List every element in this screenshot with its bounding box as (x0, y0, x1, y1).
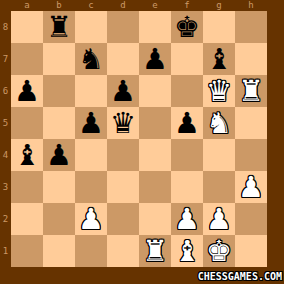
square-c3[interactable] (75, 171, 107, 203)
rank-label-8: 8 (0, 11, 11, 43)
square-e6[interactable] (139, 75, 171, 107)
square-a7[interactable] (11, 43, 43, 75)
square-e4[interactable] (139, 139, 171, 171)
piece-white-pawn[interactable]: ♟ (206, 203, 232, 235)
piece-white-knight[interactable]: ♞ (206, 107, 232, 139)
rank-label-3: 3 (0, 171, 11, 203)
piece-black-pawn[interactable]: ♟ (78, 107, 104, 139)
file-label-d: d (107, 0, 139, 11)
piece-white-pawn[interactable]: ♟ (78, 203, 104, 235)
rank-label-5: 5 (0, 107, 11, 139)
rank-label-2: 2 (0, 203, 11, 235)
square-d2[interactable] (107, 203, 139, 235)
square-g5[interactable]: ♞ (203, 107, 235, 139)
square-g8[interactable] (203, 11, 235, 43)
square-h3[interactable]: ♟ (235, 171, 267, 203)
square-h1[interactable] (235, 235, 267, 267)
rank-label-6: 6 (0, 75, 11, 107)
piece-white-rook[interactable]: ♜ (238, 75, 264, 107)
square-a5[interactable] (11, 107, 43, 139)
square-a1[interactable] (11, 235, 43, 267)
file-labels: abcdefgh (11, 0, 267, 11)
piece-black-rook[interactable]: ♜ (46, 11, 72, 43)
piece-white-rook[interactable]: ♜ (142, 235, 168, 267)
square-a3[interactable] (11, 171, 43, 203)
square-d8[interactable] (107, 11, 139, 43)
piece-white-king[interactable]: ♚ (206, 235, 232, 267)
piece-black-bishop[interactable]: ♝ (206, 43, 232, 75)
square-b4[interactable]: ♟ (43, 139, 75, 171)
file-label-g: g (203, 0, 235, 11)
square-h8[interactable] (235, 11, 267, 43)
file-label-b: b (43, 0, 75, 11)
piece-black-pawn[interactable]: ♟ (14, 75, 40, 107)
piece-black-pawn[interactable]: ♟ (46, 139, 72, 171)
file-label-f: f (171, 0, 203, 11)
square-b1[interactable] (43, 235, 75, 267)
square-b5[interactable] (43, 107, 75, 139)
file-label-a: a (11, 0, 43, 11)
square-a8[interactable] (11, 11, 43, 43)
square-e1[interactable]: ♜ (139, 235, 171, 267)
square-d3[interactable] (107, 171, 139, 203)
square-d7[interactable] (107, 43, 139, 75)
file-label-h: h (235, 0, 267, 11)
square-d6[interactable]: ♟ (107, 75, 139, 107)
chess-board: ♜♚♞♟♝♟♟♛♜♟♛♟♞♝♟♟♟♟♟♜♝♚ (11, 11, 267, 267)
square-b8[interactable]: ♜ (43, 11, 75, 43)
square-d4[interactable] (107, 139, 139, 171)
square-b6[interactable] (43, 75, 75, 107)
piece-white-pawn[interactable]: ♟ (238, 171, 264, 203)
square-f1[interactable]: ♝ (171, 235, 203, 267)
square-c5[interactable]: ♟ (75, 107, 107, 139)
square-f6[interactable] (171, 75, 203, 107)
piece-black-pawn[interactable]: ♟ (110, 75, 136, 107)
square-c6[interactable] (75, 75, 107, 107)
square-g6[interactable]: ♛ (203, 75, 235, 107)
square-b2[interactable] (43, 203, 75, 235)
square-h5[interactable] (235, 107, 267, 139)
square-a4[interactable]: ♝ (11, 139, 43, 171)
square-a6[interactable]: ♟ (11, 75, 43, 107)
square-c1[interactable] (75, 235, 107, 267)
square-e3[interactable] (139, 171, 171, 203)
square-c7[interactable]: ♞ (75, 43, 107, 75)
square-g2[interactable]: ♟ (203, 203, 235, 235)
square-g1[interactable]: ♚ (203, 235, 235, 267)
square-f2[interactable]: ♟ (171, 203, 203, 235)
piece-black-knight[interactable]: ♞ (78, 43, 104, 75)
square-c8[interactable] (75, 11, 107, 43)
square-c4[interactable] (75, 139, 107, 171)
square-c2[interactable]: ♟ (75, 203, 107, 235)
square-g7[interactable]: ♝ (203, 43, 235, 75)
square-h7[interactable] (235, 43, 267, 75)
square-g3[interactable] (203, 171, 235, 203)
square-h2[interactable] (235, 203, 267, 235)
chess-diagram: abcdefgh 87654321 ♜♚♞♟♝♟♟♛♜♟♛♟♞♝♟♟♟♟♟♜♝♚… (0, 0, 284, 284)
square-f7[interactable] (171, 43, 203, 75)
piece-white-pawn[interactable]: ♟ (174, 203, 200, 235)
square-e7[interactable]: ♟ (139, 43, 171, 75)
square-b3[interactable] (43, 171, 75, 203)
rank-label-1: 1 (0, 235, 11, 267)
piece-white-bishop[interactable]: ♝ (174, 235, 200, 267)
piece-white-queen[interactable]: ♛ (206, 75, 232, 107)
square-f8[interactable]: ♚ (171, 11, 203, 43)
square-e8[interactable] (139, 11, 171, 43)
square-b7[interactable] (43, 43, 75, 75)
rank-labels: 87654321 (0, 11, 11, 267)
square-f5[interactable]: ♟ (171, 107, 203, 139)
rank-label-4: 4 (0, 139, 11, 171)
file-label-c: c (75, 0, 107, 11)
square-e5[interactable] (139, 107, 171, 139)
square-d5[interactable]: ♛ (107, 107, 139, 139)
file-label-e: e (139, 0, 171, 11)
square-g4[interactable] (203, 139, 235, 171)
piece-black-bishop[interactable]: ♝ (14, 139, 40, 171)
chessgames-watermark: CHESSGAMES.COM (198, 271, 282, 282)
piece-black-king[interactable]: ♚ (174, 11, 200, 43)
square-f3[interactable] (171, 171, 203, 203)
rank-label-7: 7 (0, 43, 11, 75)
square-d1[interactable] (107, 235, 139, 267)
piece-black-pawn[interactable]: ♟ (142, 43, 168, 75)
piece-black-queen[interactable]: ♛ (110, 107, 136, 139)
square-h4[interactable] (235, 139, 267, 171)
piece-black-pawn[interactable]: ♟ (174, 107, 200, 139)
square-e2[interactable] (139, 203, 171, 235)
square-f4[interactable] (171, 139, 203, 171)
square-h6[interactable]: ♜ (235, 75, 267, 107)
square-a2[interactable] (11, 203, 43, 235)
